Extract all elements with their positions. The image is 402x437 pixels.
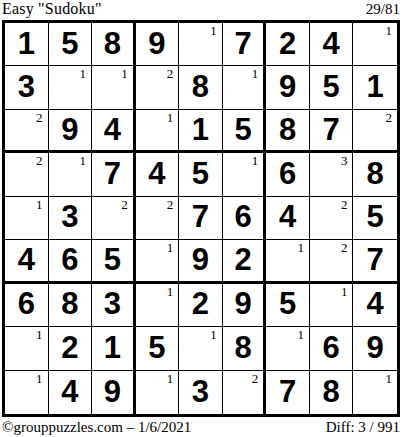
cell-r7c4[interactable]: 1 [136,284,180,327]
sudoku-page: Easy "Sudoku" 29/81 15891724131128195129… [0,0,402,437]
pencil-mark: 1 [167,111,174,125]
cell-r9c2[interactable]: 4 [49,371,93,414]
pencil-mark: 2 [36,154,43,168]
cell-value: 6 [61,244,78,275]
pencil-mark: 1 [386,372,393,386]
cell-r8c1[interactable]: 1 [5,327,49,370]
cell-value: 3 [104,288,121,319]
cell-value: 7 [234,28,251,59]
cell-value: 8 [279,114,296,145]
cell-value: 6 [18,288,35,319]
cell-r6c2[interactable]: 6 [49,240,93,283]
cell-value: 8 [104,28,121,59]
cell-value: 9 [367,332,384,363]
cell-value: 6 [323,332,340,363]
cell-r6c6[interactable]: 2 [223,240,267,283]
cell-r7c3[interactable]: 3 [92,284,136,327]
cell-value: 5 [234,114,251,145]
cell-r3c6[interactable]: 5 [223,110,267,153]
pencil-mark: 2 [167,198,174,212]
pencil-mark: 1 [386,24,393,38]
cell-value: 3 [61,201,78,232]
cell-r1c2[interactable]: 5 [49,23,93,66]
cell-value: 2 [61,332,78,363]
cell-r9c9[interactable]: 1 [353,371,397,414]
cell-r8c2[interactable]: 2 [49,327,93,370]
pencil-mark: 1 [36,198,43,212]
pencil-mark: 1 [297,241,304,255]
cell-value: 4 [104,114,121,145]
difficulty-label: Diff: 3 / 991 [326,419,400,436]
cell-r3c8[interactable]: 7 [310,110,354,153]
pencil-mark: 1 [167,285,174,299]
cell-value: 5 [104,244,121,275]
sudoku-board: 1589172413112819512941158722174516381322… [2,20,400,417]
cell-value: 8 [192,71,209,102]
pencil-mark: 2 [36,111,43,125]
cell-r7c1[interactable]: 6 [5,284,49,327]
cell-value: 7 [192,201,209,232]
pencil-mark: 1 [252,154,259,168]
cell-r4c6[interactable]: 1 [223,153,267,196]
pencil-mark: 1 [341,285,348,299]
cell-value: 7 [323,114,340,145]
cell-value: 9 [279,71,296,102]
cell-r3c4[interactable]: 1 [136,110,180,153]
cell-r6c8[interactable]: 2 [310,240,354,283]
cell-value: 7 [104,158,121,189]
cell-r7c6[interactable]: 9 [223,284,267,327]
cell-value: 8 [234,332,251,363]
cell-r7c2[interactable]: 8 [49,284,93,327]
cell-r4c2[interactable]: 1 [49,153,93,196]
cell-value: 5 [61,28,78,59]
cell-value: 5 [323,71,340,102]
cell-r2c8[interactable]: 5 [310,66,354,109]
pencil-mark: 1 [80,154,87,168]
cell-r4c5[interactable]: 5 [179,153,223,196]
cell-r5c3[interactable]: 2 [92,197,136,240]
pencil-mark: 1 [297,328,304,342]
cell-r9c5[interactable]: 3 [179,371,223,414]
cell-value: 5 [192,158,209,189]
cell-r9c6[interactable]: 2 [223,371,267,414]
cell-r7c8[interactable]: 1 [310,284,354,327]
cell-value: 4 [323,28,340,59]
cell-value: 9 [61,114,78,145]
cell-r9c7[interactable]: 7 [266,371,310,414]
cell-r9c3[interactable]: 9 [92,371,136,414]
cell-value: 4 [61,376,78,407]
cell-r8c5[interactable]: 1 [179,327,223,370]
cell-value: 4 [367,288,384,319]
cell-value: 4 [18,244,35,275]
cell-value: 9 [192,244,209,275]
cell-r3c7[interactable]: 8 [266,110,310,153]
cell-r6c1[interactable]: 4 [5,240,49,283]
cell-value: 6 [234,201,251,232]
pencil-mark: 2 [341,241,348,255]
cell-value: 9 [148,28,165,59]
cell-r1c9[interactable]: 1 [353,23,397,66]
cell-r7c5[interactable]: 2 [179,284,223,327]
cell-r3c9[interactable]: 2 [353,110,397,153]
cell-value: 2 [234,244,251,275]
cell-r2c4[interactable]: 2 [136,66,180,109]
cell-value: 3 [18,71,35,102]
cell-r2c1[interactable]: 3 [5,66,49,109]
cell-r9c4[interactable]: 1 [136,371,180,414]
cell-r4c4[interactable]: 4 [136,153,180,196]
cell-r1c5[interactable]: 1 [179,23,223,66]
cell-r2c2[interactable]: 1 [49,66,93,109]
pencil-mark: 1 [121,67,128,81]
cell-r7c9[interactable]: 4 [353,284,397,327]
cell-r4c7[interactable]: 6 [266,153,310,196]
cell-value: 2 [279,28,296,59]
cell-r3c2[interactable]: 9 [49,110,93,153]
cell-r2c9[interactable]: 1 [353,66,397,109]
cell-value: 5 [279,288,296,319]
pencil-mark: 2 [386,111,393,125]
cell-r6c4[interactable]: 1 [136,240,180,283]
cell-r8c4[interactable]: 5 [136,327,180,370]
cell-value: 9 [104,376,121,407]
cell-value: 9 [234,288,251,319]
pencil-mark: 2 [252,372,259,386]
footer: ©grouppuzzles.com – 1/6/2021 Diff: 3 / 9… [2,419,400,436]
cell-r9c8[interactable]: 8 [310,371,354,414]
cell-r3c5[interactable]: 1 [179,110,223,153]
header: Easy "Sudoku" 29/81 [2,0,400,18]
cell-r1c3[interactable]: 8 [92,23,136,66]
cell-r2c3[interactable]: 1 [92,66,136,109]
cells-remaining-counter: 29/81 [366,1,400,18]
cell-r4c1[interactable]: 2 [5,153,49,196]
cell-r6c9[interactable]: 7 [353,240,397,283]
pencil-mark: 1 [36,372,43,386]
pencil-mark: 2 [121,198,128,212]
copyright-date-label: ©grouppuzzles.com – 1/6/2021 [2,419,191,436]
cell-value: 8 [61,288,78,319]
cell-r5c8[interactable]: 2 [310,197,354,240]
cell-r2c7[interactable]: 9 [266,66,310,109]
cell-r5c9[interactable]: 5 [353,197,397,240]
cell-r1c7[interactable]: 2 [266,23,310,66]
cell-r5c4[interactable]: 2 [136,197,180,240]
pencil-mark: 2 [167,67,174,81]
cell-value: 1 [18,28,35,59]
cell-value: 3 [192,376,209,407]
cell-r9c1[interactable]: 1 [5,371,49,414]
cell-r5c7[interactable]: 4 [266,197,310,240]
cell-value: 7 [367,244,384,275]
cell-r6c3[interactable]: 5 [92,240,136,283]
cell-value: 8 [367,158,384,189]
cell-value: 4 [148,158,165,189]
cell-r3c1[interactable]: 2 [5,110,49,153]
cell-r5c1[interactable]: 1 [5,197,49,240]
cell-r4c9[interactable]: 8 [353,153,397,196]
cell-value: 2 [192,288,209,319]
cell-r1c6[interactable]: 7 [223,23,267,66]
cell-r6c5[interactable]: 9 [179,240,223,283]
cell-r2c5[interactable]: 8 [179,66,223,109]
cell-r5c2[interactable]: 3 [49,197,93,240]
cell-r6c7[interactable]: 1 [266,240,310,283]
pencil-mark: 1 [167,241,174,255]
cell-value: 5 [148,332,165,363]
cell-value: 1 [192,114,209,145]
pencil-mark: 1 [167,372,174,386]
puzzle-title: Easy "Sudoku" [2,0,102,18]
cell-r8c3[interactable]: 1 [92,327,136,370]
pencil-mark: 3 [341,154,348,168]
cell-r4c3[interactable]: 7 [92,153,136,196]
cell-r8c9[interactable]: 9 [353,327,397,370]
cell-r7c7[interactable]: 5 [266,284,310,327]
cell-r4c8[interactable]: 3 [310,153,354,196]
pencil-mark: 1 [80,67,87,81]
cell-value: 6 [279,158,296,189]
cell-r5c6[interactable]: 6 [223,197,267,240]
cell-value: 8 [323,376,340,407]
pencil-mark: 2 [341,198,348,212]
cell-value: 1 [104,332,121,363]
cell-value: 4 [279,201,296,232]
cell-r1c4[interactable]: 9 [136,23,180,66]
pencil-mark: 1 [252,67,259,81]
cell-r8c7[interactable]: 1 [266,327,310,370]
cell-r8c6[interactable]: 8 [223,327,267,370]
pencil-mark: 1 [210,328,217,342]
cell-r1c1[interactable]: 1 [5,23,49,66]
pencil-mark: 1 [36,328,43,342]
cell-r1c8[interactable]: 4 [310,23,354,66]
cell-value: 1 [367,71,384,102]
cell-r5c5[interactable]: 7 [179,197,223,240]
pencil-mark: 1 [210,24,217,38]
cell-r2c6[interactable]: 1 [223,66,267,109]
cell-value: 7 [279,376,296,407]
cell-value: 5 [367,201,384,232]
cell-r3c3[interactable]: 4 [92,110,136,153]
cell-r8c8[interactable]: 6 [310,327,354,370]
